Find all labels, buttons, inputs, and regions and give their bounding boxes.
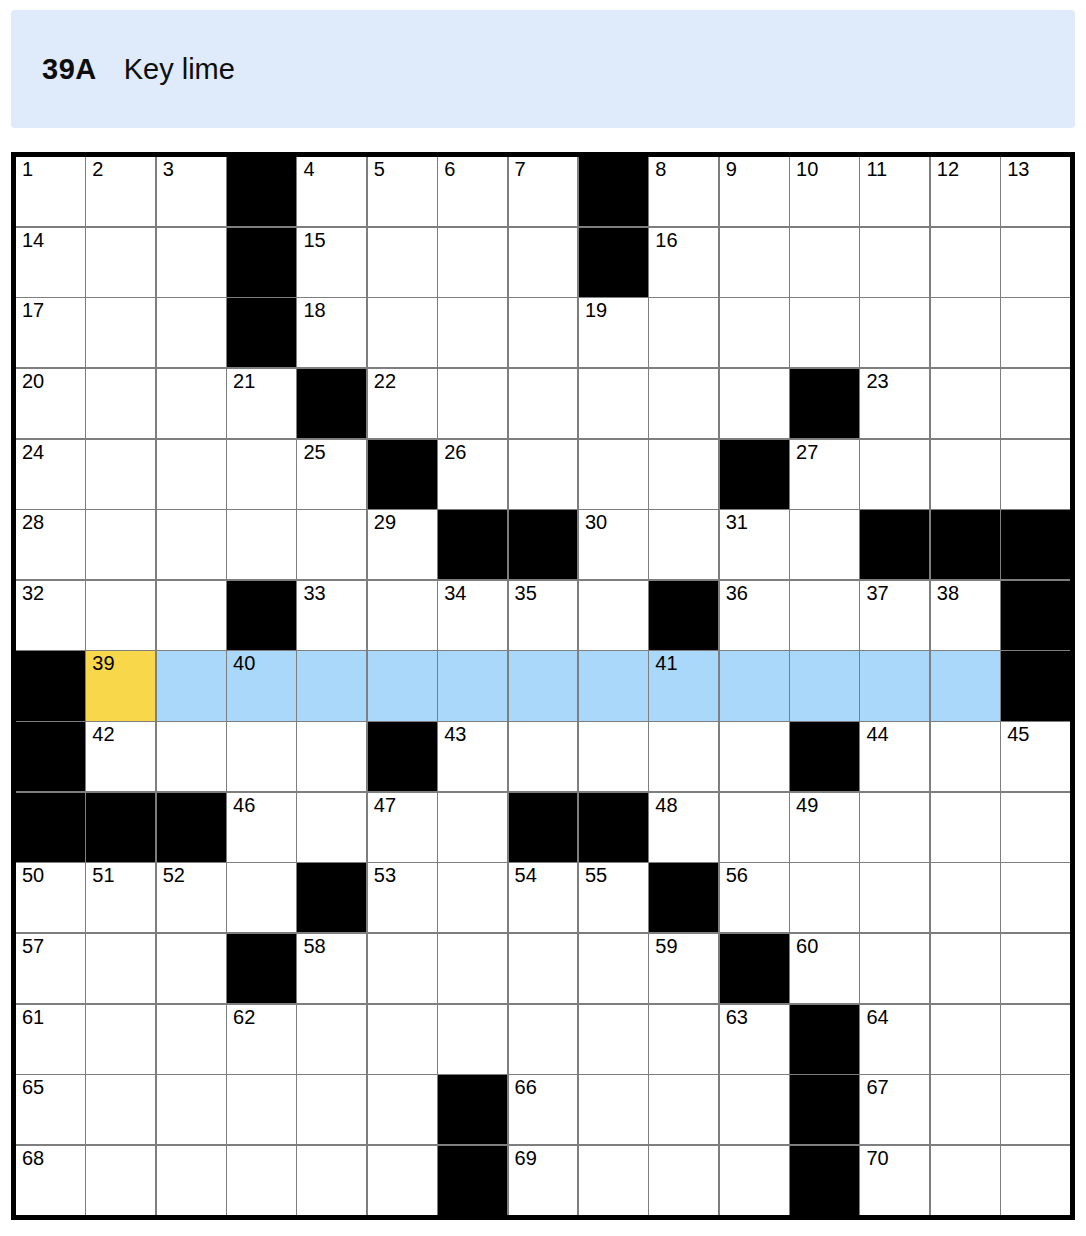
grid-cell[interactable] — [86, 440, 155, 509]
black-cell — [790, 369, 859, 438]
grid-cell[interactable] — [1001, 1146, 1070, 1215]
black-cell — [579, 228, 648, 297]
grid-cell[interactable] — [227, 863, 296, 932]
grid-cell[interactable] — [438, 863, 507, 932]
grid-cell[interactable] — [649, 510, 718, 579]
grid-cell[interactable]: 46 — [227, 793, 296, 862]
grid-cell[interactable]: 5 — [368, 157, 437, 226]
grid-cell[interactable]: 21 — [227, 369, 296, 438]
grid-cell[interactable] — [368, 934, 437, 1003]
grid-cell[interactable] — [509, 440, 578, 509]
cell-number: 14 — [22, 229, 44, 252]
grid-cell[interactable] — [157, 510, 226, 579]
grid-cell[interactable] — [509, 228, 578, 297]
grid-cell[interactable]: 61 — [16, 1005, 85, 1074]
grid-cell[interactable]: 26 — [438, 440, 507, 509]
cell-number: 2 — [92, 158, 103, 181]
grid-cell[interactable] — [931, 863, 1000, 932]
cell-number: 20 — [22, 370, 44, 393]
grid-cell[interactable] — [931, 1146, 1000, 1215]
grid-cell[interactable]: 24 — [16, 440, 85, 509]
black-cell — [227, 228, 296, 297]
grid-cell[interactable]: 59 — [649, 934, 718, 1003]
grid-cell[interactable] — [579, 369, 648, 438]
cell-number: 45 — [1007, 723, 1029, 746]
cell-number: 22 — [374, 370, 396, 393]
cell-number: 6 — [444, 158, 455, 181]
grid-cell[interactable]: 51 — [86, 863, 155, 932]
black-cell — [16, 651, 85, 720]
cell-number: 34 — [444, 582, 466, 605]
black-cell — [227, 157, 296, 226]
grid-cell[interactable] — [438, 298, 507, 367]
cell-number: 1 — [22, 158, 33, 181]
grid-cell[interactable]: 44 — [860, 722, 929, 791]
grid-cell[interactable] — [649, 440, 718, 509]
cell-number: 65 — [22, 1076, 44, 1099]
cell-number: 42 — [92, 723, 114, 746]
grid-cell[interactable] — [720, 1075, 789, 1144]
highlighted-cell[interactable] — [790, 651, 859, 720]
grid-cell[interactable]: 62 — [227, 1005, 296, 1074]
cell-number: 8 — [655, 158, 666, 181]
grid-cell[interactable] — [790, 228, 859, 297]
grid-cell[interactable]: 43 — [438, 722, 507, 791]
cell-number: 31 — [726, 511, 748, 534]
black-cell — [790, 1146, 859, 1215]
grid-cell[interactable] — [438, 228, 507, 297]
grid-cell[interactable] — [509, 1005, 578, 1074]
grid-cell[interactable]: 13 — [1001, 157, 1070, 226]
grid-cell[interactable] — [579, 581, 648, 650]
black-cell — [649, 581, 718, 650]
grid-cell[interactable] — [860, 228, 929, 297]
grid-cell[interactable] — [931, 298, 1000, 367]
grid-cell[interactable] — [790, 581, 859, 650]
grid-cell[interactable] — [157, 228, 226, 297]
grid-cell[interactable] — [1001, 1075, 1070, 1144]
grid-cell[interactable]: 25 — [297, 440, 366, 509]
cell-number: 57 — [22, 935, 44, 958]
grid-cell[interactable]: 35 — [509, 581, 578, 650]
cell-number: 46 — [233, 794, 255, 817]
selected-cell[interactable]: 39 — [86, 651, 155, 720]
grid-cell[interactable]: 10 — [790, 157, 859, 226]
grid-cell[interactable] — [931, 228, 1000, 297]
grid-cell[interactable] — [720, 722, 789, 791]
cell-number: 3 — [163, 158, 174, 181]
grid-cell[interactable] — [1001, 369, 1070, 438]
cell-number: 56 — [726, 864, 748, 887]
grid-cell[interactable]: 17 — [16, 298, 85, 367]
grid-cell[interactable] — [86, 228, 155, 297]
black-cell — [579, 157, 648, 226]
cell-number: 5 — [374, 158, 385, 181]
cell-number: 41 — [655, 652, 677, 675]
black-cell — [509, 510, 578, 579]
black-cell — [720, 934, 789, 1003]
grid-cell[interactable]: 53 — [368, 863, 437, 932]
grid-cell[interactable]: 57 — [16, 934, 85, 1003]
cell-number: 23 — [866, 370, 888, 393]
grid-cell[interactable] — [720, 369, 789, 438]
black-cell — [227, 581, 296, 650]
cell-number: 51 — [92, 864, 114, 887]
black-cell — [157, 793, 226, 862]
cell-number: 60 — [796, 935, 818, 958]
grid-cell[interactable] — [227, 1075, 296, 1144]
black-cell — [790, 1075, 859, 1144]
black-cell — [790, 722, 859, 791]
black-cell — [1001, 651, 1070, 720]
grid-cell[interactable] — [157, 722, 226, 791]
grid-cell[interactable] — [157, 934, 226, 1003]
cell-number: 32 — [22, 582, 44, 605]
black-cell — [368, 440, 437, 509]
grid-cell[interactable]: 56 — [720, 863, 789, 932]
grid-cell[interactable]: 37 — [860, 581, 929, 650]
grid-cell[interactable] — [157, 1146, 226, 1215]
grid-cell[interactable]: 38 — [931, 581, 1000, 650]
grid-cell[interactable]: 30 — [579, 510, 648, 579]
grid-cell[interactable] — [227, 1146, 296, 1215]
grid-cell[interactable]: 55 — [579, 863, 648, 932]
grid-cell[interactable] — [649, 369, 718, 438]
grid-cell[interactable] — [157, 1005, 226, 1074]
grid-cell[interactable] — [649, 722, 718, 791]
highlighted-cell[interactable]: 41 — [649, 651, 718, 720]
black-cell — [1001, 510, 1070, 579]
cell-number: 55 — [585, 864, 607, 887]
black-cell — [368, 722, 437, 791]
grid-cell[interactable] — [86, 934, 155, 1003]
cell-number: 69 — [515, 1147, 537, 1170]
grid-cell[interactable] — [931, 369, 1000, 438]
grid-cell[interactable] — [297, 1005, 366, 1074]
grid-cell[interactable] — [297, 722, 366, 791]
grid-cell[interactable]: 4 — [297, 157, 366, 226]
clue-text: Key lime — [124, 53, 235, 86]
cell-number: 47 — [374, 794, 396, 817]
grid-cell[interactable] — [157, 581, 226, 650]
black-cell — [579, 793, 648, 862]
black-cell — [86, 793, 155, 862]
cell-number: 35 — [515, 582, 537, 605]
grid-cell[interactable] — [1001, 228, 1070, 297]
cell-number: 38 — [937, 582, 959, 605]
black-cell — [16, 722, 85, 791]
grid-cell[interactable]: 19 — [579, 298, 648, 367]
grid-cell[interactable] — [86, 1005, 155, 1074]
black-cell — [1001, 581, 1070, 650]
grid-cell[interactable]: 45 — [1001, 722, 1070, 791]
cell-number: 52 — [163, 864, 185, 887]
grid-cell[interactable] — [157, 369, 226, 438]
grid-cell[interactable] — [931, 440, 1000, 509]
cell-number: 62 — [233, 1006, 255, 1029]
grid-cell[interactable] — [227, 440, 296, 509]
grid-cell[interactable]: 8 — [649, 157, 718, 226]
grid-cell[interactable] — [1001, 793, 1070, 862]
grid-cell[interactable] — [860, 298, 929, 367]
grid-cell[interactable]: 68 — [16, 1146, 85, 1215]
grid-cell[interactable]: 23 — [860, 369, 929, 438]
grid-cell[interactable] — [720, 793, 789, 862]
cell-number: 48 — [655, 794, 677, 817]
highlighted-cell[interactable] — [368, 651, 437, 720]
grid-cell[interactable]: 47 — [368, 793, 437, 862]
grid-cell[interactable]: 50 — [16, 863, 85, 932]
grid-cell[interactable]: 67 — [860, 1075, 929, 1144]
grid-cell[interactable] — [579, 440, 648, 509]
grid-cell[interactable] — [86, 510, 155, 579]
grid-cell[interactable] — [86, 1075, 155, 1144]
grid-cell[interactable] — [860, 863, 929, 932]
grid-cell[interactable]: 6 — [438, 157, 507, 226]
grid-cell[interactable] — [438, 1005, 507, 1074]
grid-cell[interactable] — [931, 722, 1000, 791]
grid-cell[interactable]: 18 — [297, 298, 366, 367]
highlighted-cell[interactable] — [579, 651, 648, 720]
grid-cell[interactable] — [931, 1005, 1000, 1074]
grid-cell[interactable]: 22 — [368, 369, 437, 438]
highlighted-cell[interactable] — [931, 651, 1000, 720]
grid-cell[interactable] — [720, 228, 789, 297]
crossword-app: 39A Key lime 123456789101112131415161718… — [0, 0, 1086, 1236]
black-cell — [227, 934, 296, 1003]
grid-cell[interactable] — [1001, 298, 1070, 367]
cell-number: 27 — [796, 441, 818, 464]
grid-cell[interactable]: 11 — [860, 157, 929, 226]
grid-cell[interactable] — [86, 298, 155, 367]
cell-number: 49 — [796, 794, 818, 817]
cell-number: 61 — [22, 1006, 44, 1029]
grid-cell[interactable] — [1001, 863, 1070, 932]
black-cell — [16, 793, 85, 862]
grid-cell[interactable] — [297, 1075, 366, 1144]
grid-cell[interactable]: 42 — [86, 722, 155, 791]
black-cell — [931, 510, 1000, 579]
cell-number: 59 — [655, 935, 677, 958]
grid-cell[interactable]: 12 — [931, 157, 1000, 226]
black-cell — [649, 863, 718, 932]
grid-cell[interactable]: 52 — [157, 863, 226, 932]
grid-cell[interactable] — [157, 1075, 226, 1144]
black-cell — [297, 863, 366, 932]
cell-number: 28 — [22, 511, 44, 534]
grid-cell[interactable]: 64 — [860, 1005, 929, 1074]
grid-cell[interactable] — [931, 1075, 1000, 1144]
highlighted-cell[interactable] — [438, 651, 507, 720]
cell-number: 63 — [726, 1006, 748, 1029]
grid-cell[interactable] — [579, 934, 648, 1003]
grid-cell[interactable]: 49 — [790, 793, 859, 862]
grid-cell[interactable]: 63 — [720, 1005, 789, 1074]
cell-number: 11 — [866, 158, 887, 181]
grid-cell[interactable]: 14 — [16, 228, 85, 297]
cell-number: 67 — [866, 1076, 888, 1099]
grid-cell[interactable]: 60 — [790, 934, 859, 1003]
grid-cell[interactable]: 2 — [86, 157, 155, 226]
highlighted-cell[interactable] — [860, 651, 929, 720]
grid-cell[interactable] — [368, 1005, 437, 1074]
grid-cell[interactable] — [509, 369, 578, 438]
grid-cell[interactable] — [790, 298, 859, 367]
black-cell — [438, 1146, 507, 1215]
cell-number: 13 — [1007, 158, 1029, 181]
grid-cell[interactable] — [297, 1146, 366, 1215]
black-cell — [720, 440, 789, 509]
grid-cell[interactable]: 36 — [720, 581, 789, 650]
cell-number: 26 — [444, 441, 466, 464]
black-cell — [227, 298, 296, 367]
grid-cell[interactable] — [227, 722, 296, 791]
grid-cell[interactable] — [931, 934, 1000, 1003]
cell-number: 39 — [92, 652, 114, 675]
grid-cell[interactable]: 54 — [509, 863, 578, 932]
cell-number: 64 — [866, 1006, 888, 1029]
grid-cell[interactable] — [509, 298, 578, 367]
cell-number: 58 — [303, 935, 325, 958]
cell-number: 9 — [726, 158, 737, 181]
grid-cell[interactable] — [860, 934, 929, 1003]
grid-cell[interactable] — [227, 510, 296, 579]
cell-number: 25 — [303, 441, 325, 464]
grid-cell[interactable] — [368, 1075, 437, 1144]
cell-number: 68 — [22, 1147, 44, 1170]
grid-cell[interactable] — [438, 934, 507, 1003]
grid-cell[interactable] — [86, 581, 155, 650]
cell-number: 18 — [303, 299, 325, 322]
cell-number: 24 — [22, 441, 44, 464]
grid-cell[interactable] — [368, 228, 437, 297]
cell-number: 15 — [303, 229, 325, 252]
grid-cell[interactable] — [649, 1005, 718, 1074]
grid-cell[interactable]: 29 — [368, 510, 437, 579]
grid-cell[interactable]: 15 — [297, 228, 366, 297]
grid-cell[interactable] — [509, 722, 578, 791]
grid-cell[interactable] — [509, 934, 578, 1003]
grid-cell[interactable] — [438, 793, 507, 862]
black-cell — [790, 1005, 859, 1074]
highlighted-cell[interactable] — [720, 651, 789, 720]
cell-number: 53 — [374, 864, 396, 887]
grid-cell[interactable] — [790, 863, 859, 932]
grid-cell[interactable] — [368, 581, 437, 650]
cell-number: 19 — [585, 299, 607, 322]
grid-cell[interactable]: 66 — [509, 1075, 578, 1144]
grid-cell[interactable] — [579, 1146, 648, 1215]
black-cell — [860, 510, 929, 579]
grid-cell[interactable] — [297, 510, 366, 579]
grid-cell[interactable]: 28 — [16, 510, 85, 579]
cell-number: 21 — [233, 370, 255, 393]
grid-cell[interactable] — [649, 1075, 718, 1144]
cell-number: 12 — [937, 158, 959, 181]
cell-number: 4 — [303, 158, 314, 181]
grid-cell[interactable] — [720, 298, 789, 367]
grid-cell[interactable]: 20 — [16, 369, 85, 438]
highlighted-cell[interactable] — [157, 651, 226, 720]
cell-number: 30 — [585, 511, 607, 534]
cell-number: 10 — [796, 158, 818, 181]
grid-cell[interactable] — [297, 793, 366, 862]
grid-cell[interactable]: 1 — [16, 157, 85, 226]
highlighted-cell[interactable] — [297, 651, 366, 720]
grid-cell[interactable]: 9 — [720, 157, 789, 226]
grid-cell[interactable]: 16 — [649, 228, 718, 297]
grid-cell[interactable]: 27 — [790, 440, 859, 509]
grid-cell[interactable] — [86, 369, 155, 438]
cell-number: 29 — [374, 511, 396, 534]
cell-number: 33 — [303, 582, 325, 605]
cell-number: 70 — [866, 1147, 888, 1170]
grid-cell[interactable]: 58 — [297, 934, 366, 1003]
cell-number: 50 — [22, 864, 44, 887]
grid-cell[interactable] — [1001, 934, 1070, 1003]
highlighted-cell[interactable]: 40 — [227, 651, 296, 720]
grid-cell[interactable]: 31 — [720, 510, 789, 579]
cell-number: 54 — [515, 864, 537, 887]
grid-cell[interactable] — [860, 793, 929, 862]
grid-cell[interactable] — [579, 1075, 648, 1144]
black-cell — [438, 510, 507, 579]
clue-number: 39A — [42, 53, 97, 86]
grid-cell[interactable] — [438, 369, 507, 438]
cell-number: 44 — [866, 723, 888, 746]
grid-cell[interactable] — [157, 440, 226, 509]
grid-cell[interactable] — [720, 1146, 789, 1215]
cell-number: 36 — [726, 582, 748, 605]
black-cell — [297, 369, 366, 438]
grid-cell[interactable] — [931, 793, 1000, 862]
cell-number: 40 — [233, 652, 255, 675]
grid-cell[interactable] — [649, 298, 718, 367]
grid-cell[interactable] — [368, 1146, 437, 1215]
grid-cell[interactable] — [157, 298, 226, 367]
grid-cell[interactable]: 34 — [438, 581, 507, 650]
grid-cell[interactable]: 7 — [509, 157, 578, 226]
grid-cell[interactable]: 3 — [157, 157, 226, 226]
black-cell — [438, 1075, 507, 1144]
highlighted-cell[interactable] — [509, 651, 578, 720]
cell-number: 16 — [655, 229, 677, 252]
cell-number: 7 — [515, 158, 526, 181]
cell-number: 66 — [515, 1076, 537, 1099]
black-cell — [509, 793, 578, 862]
grid-cell[interactable]: 65 — [16, 1075, 85, 1144]
grid-cell[interactable] — [579, 722, 648, 791]
grid-cell[interactable]: 69 — [509, 1146, 578, 1215]
grid-cell[interactable]: 32 — [16, 581, 85, 650]
grid-cell[interactable] — [86, 1146, 155, 1215]
cell-number: 43 — [444, 723, 466, 746]
grid-cell[interactable] — [860, 440, 929, 509]
grid-cell[interactable] — [1001, 440, 1070, 509]
grid-cell[interactable] — [579, 1005, 648, 1074]
clue-bar[interactable]: 39A Key lime — [11, 10, 1075, 128]
grid-cell[interactable] — [790, 510, 859, 579]
grid-cell[interactable]: 33 — [297, 581, 366, 650]
cell-number: 17 — [22, 299, 44, 322]
grid-cell[interactable]: 48 — [649, 793, 718, 862]
grid-cell[interactable] — [368, 298, 437, 367]
crossword-grid: 1234567891011121314151617181920212223242… — [11, 152, 1075, 1220]
grid-cell[interactable] — [1001, 1005, 1070, 1074]
grid-cell[interactable] — [649, 1146, 718, 1215]
grid-cell[interactable]: 70 — [860, 1146, 929, 1215]
cell-number: 37 — [866, 582, 888, 605]
